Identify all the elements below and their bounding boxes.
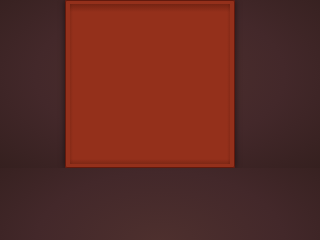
file-coordinates (70, 164, 230, 168)
video-frame-background (0, 0, 300, 168)
chess-board (70, 4, 230, 164)
chess-board-frame (65, 0, 235, 168)
